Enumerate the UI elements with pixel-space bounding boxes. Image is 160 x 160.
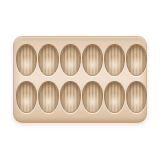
madeleine-cavity xyxy=(104,44,125,76)
madeleine-cavity xyxy=(60,81,81,113)
madeleine-cavity xyxy=(60,44,81,76)
madeleine-pan xyxy=(13,36,147,123)
product-photo xyxy=(0,0,160,160)
madeleine-cavity xyxy=(82,44,103,76)
madeleine-cavity xyxy=(38,44,59,76)
madeleine-cavity xyxy=(38,81,59,113)
madeleine-cavity xyxy=(16,81,37,113)
cavity-grid xyxy=(16,44,144,113)
madeleine-cavity xyxy=(126,81,147,113)
madeleine-cavity xyxy=(16,44,37,76)
madeleine-cavity xyxy=(126,44,147,76)
madeleine-cavity xyxy=(104,81,125,113)
madeleine-cavity xyxy=(82,81,103,113)
